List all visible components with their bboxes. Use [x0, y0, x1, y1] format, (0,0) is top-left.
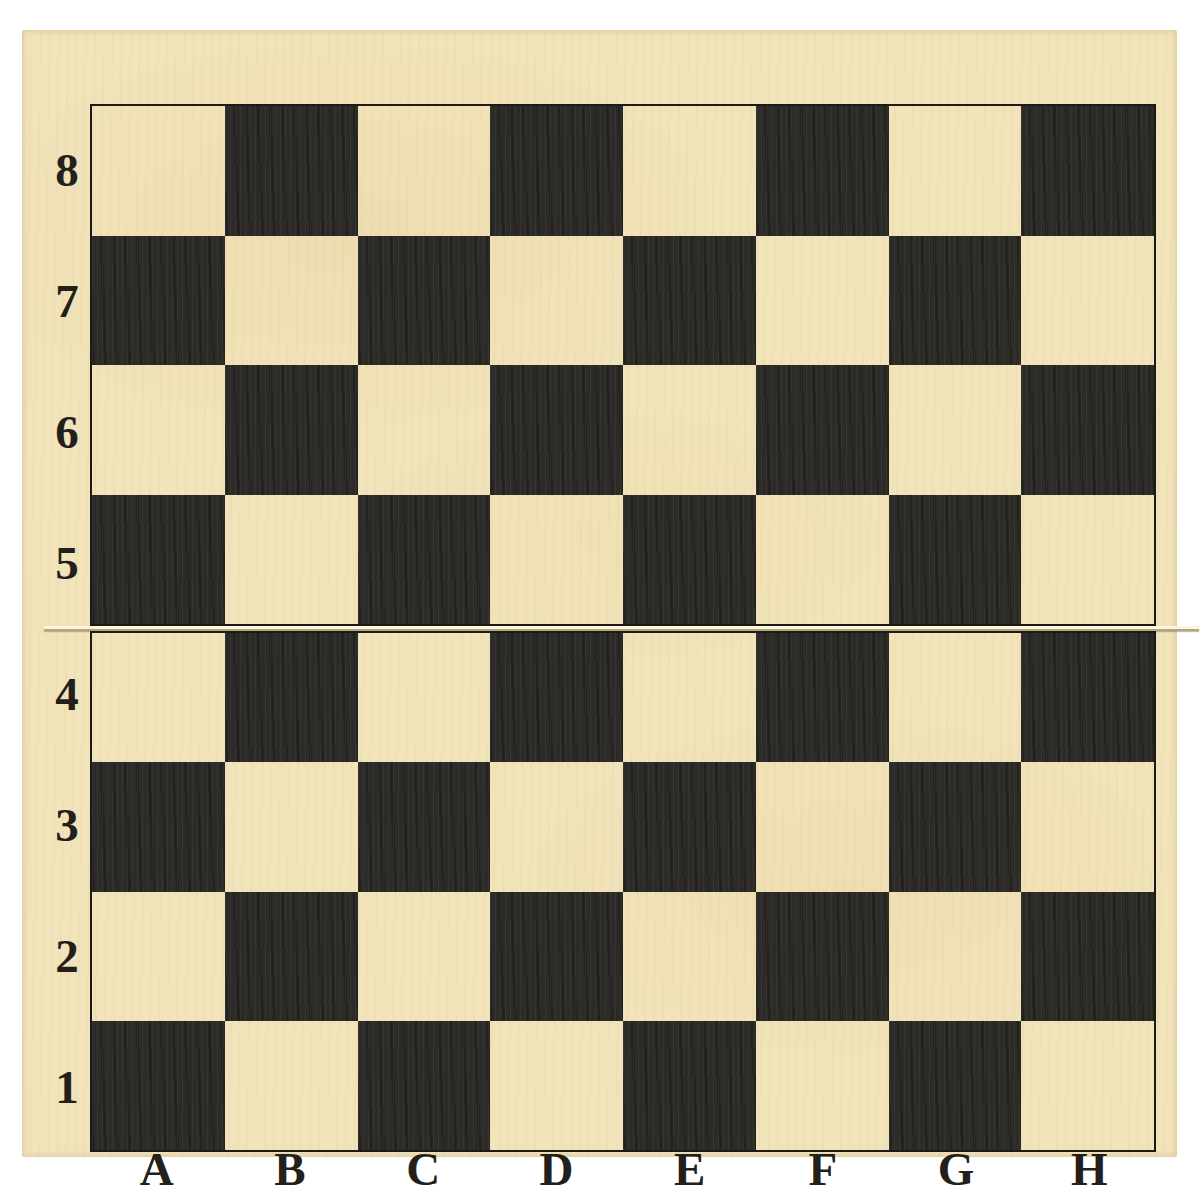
square-e1: [623, 1021, 756, 1150]
square-b1: [225, 1021, 358, 1150]
rank-label-7: 7: [44, 235, 90, 366]
file-label-g: G: [890, 1152, 1023, 1186]
square-g3: [889, 762, 1022, 891]
square-d8: [490, 106, 623, 236]
file-labels: ABCDEFGH: [90, 1152, 1156, 1186]
rank-label-3: 3: [44, 759, 90, 890]
rank-label-1: 1: [44, 1021, 90, 1152]
square-a3: [92, 762, 225, 891]
square-d7: [490, 236, 623, 366]
square-a8: [92, 106, 225, 236]
rank-label-2: 2: [44, 890, 90, 1021]
square-g6: [889, 365, 1022, 495]
square-d2: [490, 892, 623, 1021]
file-label-e: E: [623, 1152, 756, 1186]
square-c8: [358, 106, 491, 236]
square-e3: [623, 762, 756, 891]
square-c7: [358, 236, 491, 366]
square-b3: [225, 762, 358, 891]
square-f3: [756, 762, 889, 891]
square-f1: [756, 1021, 889, 1150]
board-top-half: [90, 104, 1156, 626]
square-g5: [889, 495, 1022, 625]
square-c6: [358, 365, 491, 495]
rank-label-5: 5: [44, 497, 90, 628]
square-g7: [889, 236, 1022, 366]
square-c1: [358, 1021, 491, 1150]
square-f4: [756, 633, 889, 762]
square-d1: [490, 1021, 623, 1150]
square-e2: [623, 892, 756, 1021]
square-g8: [889, 106, 1022, 236]
square-h5: [1021, 495, 1154, 625]
file-label-h: H: [1023, 1152, 1156, 1186]
square-f6: [756, 365, 889, 495]
square-d6: [490, 365, 623, 495]
square-c2: [358, 892, 491, 1021]
square-f7: [756, 236, 889, 366]
square-h6: [1021, 365, 1154, 495]
square-a6: [92, 365, 225, 495]
square-g2: [889, 892, 1022, 1021]
file-label-c: C: [357, 1152, 490, 1186]
square-h4: [1021, 633, 1154, 762]
square-f2: [756, 892, 889, 1021]
rank-labels: 87654321: [44, 104, 90, 1152]
file-label-f: F: [756, 1152, 889, 1186]
rank-label-6: 6: [44, 366, 90, 497]
square-d4: [490, 633, 623, 762]
square-c3: [358, 762, 491, 891]
square-a4: [92, 633, 225, 762]
rank-label-8: 8: [44, 104, 90, 235]
square-b8: [225, 106, 358, 236]
square-h8: [1021, 106, 1154, 236]
square-a7: [92, 236, 225, 366]
square-e8: [623, 106, 756, 236]
square-d3: [490, 762, 623, 891]
square-e6: [623, 365, 756, 495]
square-h1: [1021, 1021, 1154, 1150]
rank-label-4: 4: [44, 628, 90, 759]
square-a1: [92, 1021, 225, 1150]
square-b6: [225, 365, 358, 495]
square-f8: [756, 106, 889, 236]
square-f5: [756, 495, 889, 625]
square-e7: [623, 236, 756, 366]
board-bottom-half: [90, 631, 1156, 1152]
square-h7: [1021, 236, 1154, 366]
square-d5: [490, 495, 623, 625]
square-c5: [358, 495, 491, 625]
file-label-b: B: [223, 1152, 356, 1186]
photo-background: 87654321 ABCDEFGH: [0, 0, 1200, 1200]
square-g4: [889, 633, 1022, 762]
square-b5: [225, 495, 358, 625]
square-c4: [358, 633, 491, 762]
square-a2: [92, 892, 225, 1021]
square-e5: [623, 495, 756, 625]
file-label-a: A: [90, 1152, 223, 1186]
square-b2: [225, 892, 358, 1021]
file-label-d: D: [490, 1152, 623, 1186]
chessboard: 87654321 ABCDEFGH: [22, 30, 1177, 1157]
square-h2: [1021, 892, 1154, 1021]
square-a5: [92, 495, 225, 625]
square-h3: [1021, 762, 1154, 891]
square-b7: [225, 236, 358, 366]
square-g1: [889, 1021, 1022, 1150]
square-b4: [225, 633, 358, 762]
square-e4: [623, 633, 756, 762]
